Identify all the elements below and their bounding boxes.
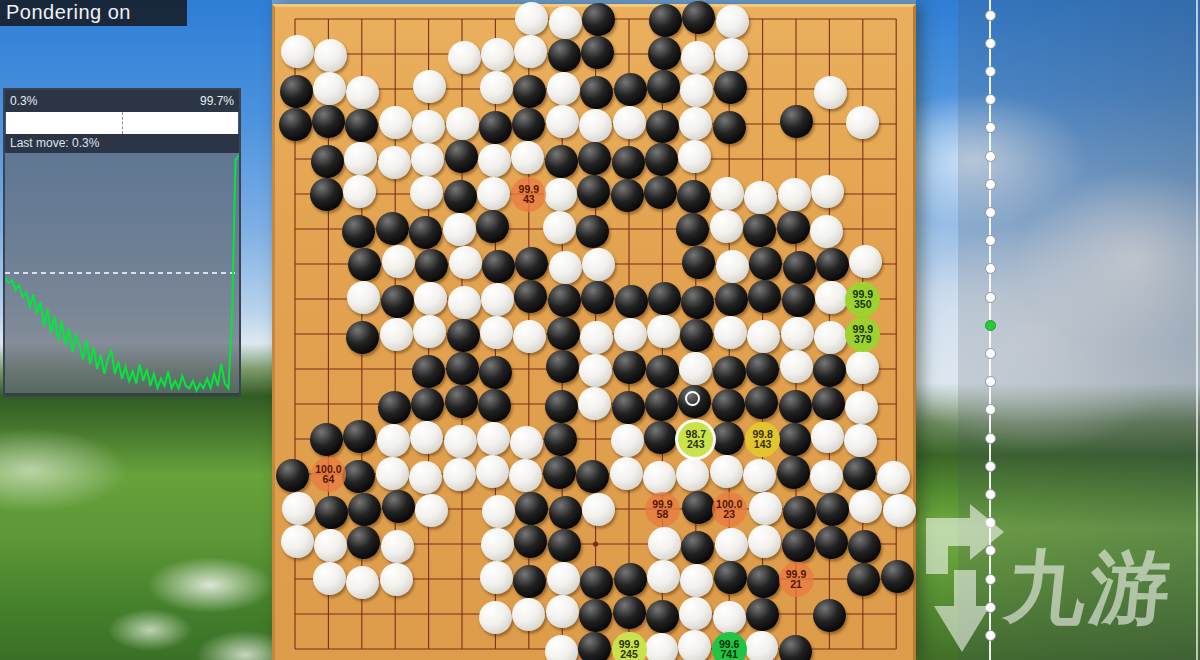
candidate-move-143[interactable]: 99.8143 <box>745 422 780 457</box>
black-stone <box>746 598 779 631</box>
black-stone <box>812 387 845 420</box>
black-stone <box>779 635 812 660</box>
black-stone <box>777 456 810 489</box>
black-stone <box>381 285 414 318</box>
white-stone <box>582 493 615 526</box>
black-stone <box>580 566 613 599</box>
move-slider-dot[interactable] <box>985 292 996 303</box>
black-stone <box>746 353 779 386</box>
white-stone <box>514 35 547 68</box>
black-stone <box>714 71 747 104</box>
white-stone <box>648 527 681 560</box>
white-stone <box>410 421 443 454</box>
white-stone <box>478 144 511 177</box>
black-stone <box>311 145 344 178</box>
black-stone <box>513 565 546 598</box>
black-stone <box>515 492 548 525</box>
black-stone <box>479 356 512 389</box>
black-stone <box>777 211 810 244</box>
black-stone <box>345 109 378 142</box>
candidate-visits: 64 <box>323 474 335 484</box>
black-stone <box>713 356 746 389</box>
white-stone <box>443 213 476 246</box>
white-stone <box>549 251 582 284</box>
white-stone <box>380 563 413 596</box>
move-slider-dot[interactable] <box>985 179 996 190</box>
white-stone <box>883 494 916 527</box>
black-stone <box>782 529 815 562</box>
black-stone <box>544 423 577 456</box>
white-stone <box>579 109 612 142</box>
last-move-winrate-label: Last move: 0.3% <box>5 134 239 153</box>
white-stone <box>716 5 749 38</box>
white-stone <box>314 39 347 72</box>
white-stone <box>845 391 878 424</box>
candidate-visits: 143 <box>754 439 772 449</box>
black-stone <box>848 530 881 563</box>
black-stone <box>545 145 578 178</box>
black-winrate-label: 0.3% <box>10 94 37 108</box>
white-stone <box>579 354 612 387</box>
black-stone <box>548 39 581 72</box>
move-slider-dot[interactable] <box>985 376 996 387</box>
black-stone <box>411 388 444 421</box>
white-stone <box>343 175 376 208</box>
candidate-move-43[interactable]: 99.943 <box>511 177 546 212</box>
white-stone <box>716 250 749 283</box>
black-stone <box>743 214 776 247</box>
white-stone <box>481 528 514 561</box>
white-stone <box>413 70 446 103</box>
black-stone <box>614 73 647 106</box>
black-stone <box>546 350 579 383</box>
white-stone <box>679 352 712 385</box>
black-stone <box>646 355 679 388</box>
white-stone <box>613 106 646 139</box>
move-slider-dot[interactable] <box>985 66 996 77</box>
black-stone <box>779 390 812 423</box>
white-stone <box>582 248 615 281</box>
black-stone <box>376 212 409 245</box>
black-stone <box>582 3 615 36</box>
white-stone <box>547 562 580 595</box>
white-stone <box>580 321 613 354</box>
candidate-move-64[interactable]: 100.064 <box>311 457 346 492</box>
white-stone <box>547 72 580 105</box>
black-stone <box>549 496 582 529</box>
white-stone <box>546 105 579 138</box>
black-stone <box>611 179 644 212</box>
black-stone <box>843 457 876 490</box>
white-stone <box>611 424 644 457</box>
white-stone <box>380 318 413 351</box>
white-stone <box>578 387 611 420</box>
white-stone <box>511 141 544 174</box>
winrate-header: 0.3% 99.7% <box>5 90 239 112</box>
black-stone <box>444 180 477 213</box>
white-stone <box>411 143 444 176</box>
black-stone <box>577 175 610 208</box>
move-slider-dot[interactable] <box>985 10 996 21</box>
move-slider-dot[interactable] <box>985 489 996 500</box>
black-stone <box>342 460 375 493</box>
candidate-move-23[interactable]: 100.023 <box>712 492 747 527</box>
white-stone <box>681 41 714 74</box>
black-stone <box>346 321 379 354</box>
white-stone <box>744 181 777 214</box>
black-stone <box>645 143 678 176</box>
white-stone <box>509 459 542 492</box>
black-stone <box>576 215 609 248</box>
black-stone <box>778 423 811 456</box>
move-slider-dot[interactable] <box>985 207 996 218</box>
move-slider-dot[interactable] <box>985 38 996 49</box>
white-stone <box>443 458 476 491</box>
white-stone <box>281 525 314 558</box>
black-stone <box>515 247 548 280</box>
black-stone <box>447 319 480 352</box>
white-stone <box>614 318 647 351</box>
white-stone <box>313 562 346 595</box>
white-stone <box>710 210 743 243</box>
white-stone <box>877 461 910 494</box>
black-stone <box>548 284 581 317</box>
black-stone <box>715 283 748 316</box>
white-stone <box>710 455 743 488</box>
white-stone <box>810 215 843 248</box>
black-stone <box>579 599 612 632</box>
black-stone <box>310 423 343 456</box>
white-stone <box>409 461 442 494</box>
black-stone <box>813 599 846 632</box>
black-stone <box>712 389 745 422</box>
black-stone <box>378 391 411 424</box>
candidate-visits: 21 <box>790 579 802 589</box>
black-stone <box>342 215 375 248</box>
black-stone <box>747 565 780 598</box>
move-slider-dot[interactable] <box>985 461 996 472</box>
white-stone <box>678 140 711 173</box>
white-stone <box>844 424 877 457</box>
white-stone <box>715 528 748 561</box>
white-stone <box>679 107 712 140</box>
black-stone <box>644 421 677 454</box>
white-stone <box>480 561 513 594</box>
white-stone <box>748 525 781 558</box>
black-stone <box>279 108 312 141</box>
black-stone <box>445 140 478 173</box>
white-stone <box>344 142 377 175</box>
white-stone <box>510 426 543 459</box>
white-stone <box>449 246 482 279</box>
white-stone <box>313 72 346 105</box>
black-stone <box>545 390 578 423</box>
black-stone <box>714 561 747 594</box>
candidate-move-21[interactable]: 99.921 <box>779 562 814 597</box>
move-slider-dot[interactable] <box>985 263 996 274</box>
black-stone <box>711 422 744 455</box>
white-stone <box>543 211 576 244</box>
candidate-move-350[interactable]: 99.9350 <box>845 282 880 317</box>
black-stone <box>382 490 415 523</box>
white-stone <box>846 106 879 139</box>
move-slider-dot[interactable] <box>985 235 996 246</box>
black-stone <box>647 70 680 103</box>
white-stone <box>414 282 447 315</box>
white-stone <box>647 315 680 348</box>
black-stone <box>682 491 715 524</box>
white-stone <box>680 74 713 107</box>
white-stone <box>811 175 844 208</box>
black-stone <box>749 247 782 280</box>
move-slider-dot[interactable] <box>985 404 996 415</box>
white-stone <box>444 425 477 458</box>
black-stone <box>681 531 714 564</box>
white-stone <box>814 321 847 354</box>
black-stone <box>412 355 445 388</box>
white-stone <box>415 494 448 527</box>
winrate-bar-midline <box>122 112 123 134</box>
black-stone <box>476 210 509 243</box>
white-stone <box>410 176 443 209</box>
black-stone <box>548 529 581 562</box>
black-stone <box>479 111 512 144</box>
white-stone <box>781 317 814 350</box>
white-stone <box>711 177 744 210</box>
black-stone <box>280 75 313 108</box>
white-stone <box>477 177 510 210</box>
move-slider-dot[interactable] <box>985 122 996 133</box>
white-stone <box>446 107 479 140</box>
white-stone <box>381 530 414 563</box>
black-stone <box>580 76 613 109</box>
white-stone <box>346 566 379 599</box>
black-stone <box>347 526 380 559</box>
black-stone <box>543 456 576 489</box>
black-stone <box>783 496 816 529</box>
black-stone <box>847 563 880 596</box>
white-stone <box>747 320 780 353</box>
black-stone <box>478 389 511 422</box>
black-stone <box>681 286 714 319</box>
go-board[interactable]: 99.94399.935099.937998.724399.8143100.06… <box>272 4 916 660</box>
black-stone <box>315 496 348 529</box>
white-stone <box>412 110 445 143</box>
white-stone <box>512 598 545 631</box>
white-stone <box>645 633 678 660</box>
white-stone <box>448 41 481 74</box>
black-stone <box>409 216 442 249</box>
black-stone <box>646 600 679 633</box>
move-slider-current-dot[interactable] <box>985 320 996 331</box>
white-stone <box>477 422 510 455</box>
white-stone <box>745 631 778 660</box>
black-stone <box>276 459 309 492</box>
watermark: 九游 <box>918 500 1198 660</box>
white-stone <box>778 178 811 211</box>
black-stone <box>680 319 713 352</box>
white-stone <box>479 601 512 634</box>
black-stone <box>783 251 816 284</box>
black-stone <box>310 178 343 211</box>
black-stone <box>514 280 547 313</box>
black-stone <box>547 317 580 350</box>
white-stone <box>849 490 882 523</box>
candidate-move-741[interactable]: 99.6741 <box>712 632 747 660</box>
white-stone <box>713 601 746 634</box>
black-stone <box>513 75 546 108</box>
white-stone <box>513 320 546 353</box>
white-stone <box>413 315 446 348</box>
black-stone <box>612 391 645 424</box>
watermark-text: 九游 <box>1000 535 1179 643</box>
white-stone <box>610 457 643 490</box>
black-stone <box>482 250 515 283</box>
black-stone <box>648 37 681 70</box>
white-stone <box>680 564 713 597</box>
candidate-visits: 23 <box>723 509 735 519</box>
jiuyou-logo-icon <box>918 500 1008 660</box>
black-stone <box>677 180 710 213</box>
move-slider-dot[interactable] <box>985 433 996 444</box>
candidate-visits: 245 <box>620 649 638 659</box>
black-stone <box>645 388 678 421</box>
white-stone <box>814 76 847 109</box>
white-stone <box>846 351 879 384</box>
black-stone <box>343 420 376 453</box>
white-stone <box>282 492 315 525</box>
white-stone <box>377 424 410 457</box>
white-winrate-label: 99.7% <box>200 94 234 108</box>
white-stone <box>546 595 579 628</box>
white-stone <box>448 286 481 319</box>
black-stone <box>646 110 679 143</box>
white-stone <box>544 178 577 211</box>
white-stone <box>715 38 748 71</box>
black-stone <box>581 281 614 314</box>
white-stone <box>480 316 513 349</box>
black-stone <box>612 146 645 179</box>
black-stone <box>615 285 648 318</box>
black-stone <box>745 386 778 419</box>
white-stone <box>676 458 709 491</box>
white-stone <box>515 2 548 35</box>
black-stone <box>780 105 813 138</box>
black-stone <box>348 248 381 281</box>
white-stone <box>378 146 411 179</box>
white-stone <box>549 6 582 39</box>
white-stone <box>480 71 513 104</box>
pondering-status: Pondering on <box>0 0 187 26</box>
candidate-move-243[interactable]: 98.7243 <box>678 422 713 457</box>
winrate-graph[interactable] <box>5 153 239 393</box>
black-stone <box>649 4 682 37</box>
white-stone <box>347 281 380 314</box>
black-stone <box>445 385 478 418</box>
black-stone <box>713 111 746 144</box>
white-stone <box>643 461 676 494</box>
black-stone <box>512 108 545 141</box>
black-stone <box>815 526 848 559</box>
winrate-bar <box>6 112 238 134</box>
black-stone <box>312 105 345 138</box>
move-slider-dot[interactable] <box>985 94 996 105</box>
white-stone <box>849 245 882 278</box>
white-stone <box>481 38 514 71</box>
white-stone <box>647 560 680 593</box>
last-move-marker <box>685 391 700 406</box>
candidate-move-245[interactable]: 99.9245 <box>612 632 647 660</box>
black-stone <box>816 493 849 526</box>
white-stone <box>810 460 843 493</box>
white-stone <box>749 492 782 525</box>
white-stone <box>481 283 514 316</box>
move-slider-dot[interactable] <box>985 348 996 359</box>
white-stone <box>346 76 379 109</box>
white-stone <box>376 457 409 490</box>
white-stone <box>379 106 412 139</box>
white-stone <box>382 245 415 278</box>
black-stone <box>446 352 479 385</box>
black-stone <box>782 284 815 317</box>
candidate-visits: 243 <box>687 439 705 449</box>
black-stone <box>676 213 709 246</box>
candidate-visits: 379 <box>854 334 872 344</box>
black-stone <box>578 142 611 175</box>
white-stone <box>743 459 776 492</box>
white-stone <box>811 420 844 453</box>
black-stone <box>576 460 609 493</box>
candidate-visits: 741 <box>720 649 738 659</box>
black-stone <box>813 354 846 387</box>
black-stone <box>415 249 448 282</box>
black-stone <box>613 596 646 629</box>
winrate-panel: 0.3% 99.7% Last move: 0.3% <box>3 88 241 397</box>
black-stone <box>644 176 677 209</box>
black-stone <box>816 248 849 281</box>
pondering-status-label: Pondering on <box>6 1 131 23</box>
black-stone <box>581 36 614 69</box>
move-slider-dot[interactable] <box>985 151 996 162</box>
white-stone <box>476 455 509 488</box>
white-stone <box>482 495 515 528</box>
black-stone <box>614 563 647 596</box>
black-stone <box>682 1 715 34</box>
black-stone <box>748 280 781 313</box>
white-stone <box>281 35 314 68</box>
white-stone <box>714 316 747 349</box>
candidate-move-58[interactable]: 99.958 <box>645 492 680 527</box>
candidate-visits: 58 <box>657 509 669 519</box>
black-stone <box>881 560 914 593</box>
black-stone <box>682 246 715 279</box>
white-stone <box>815 281 848 314</box>
black-stone <box>648 282 681 315</box>
black-stone <box>348 493 381 526</box>
black-stone <box>514 525 547 558</box>
white-stone <box>679 597 712 630</box>
candidate-visits: 43 <box>523 194 535 204</box>
white-stone <box>780 350 813 383</box>
white-stone <box>314 529 347 562</box>
black-stone <box>613 351 646 384</box>
candidate-visits: 350 <box>854 299 872 309</box>
white-stone <box>678 630 711 660</box>
candidate-move-379[interactable]: 99.9379 <box>845 317 880 352</box>
